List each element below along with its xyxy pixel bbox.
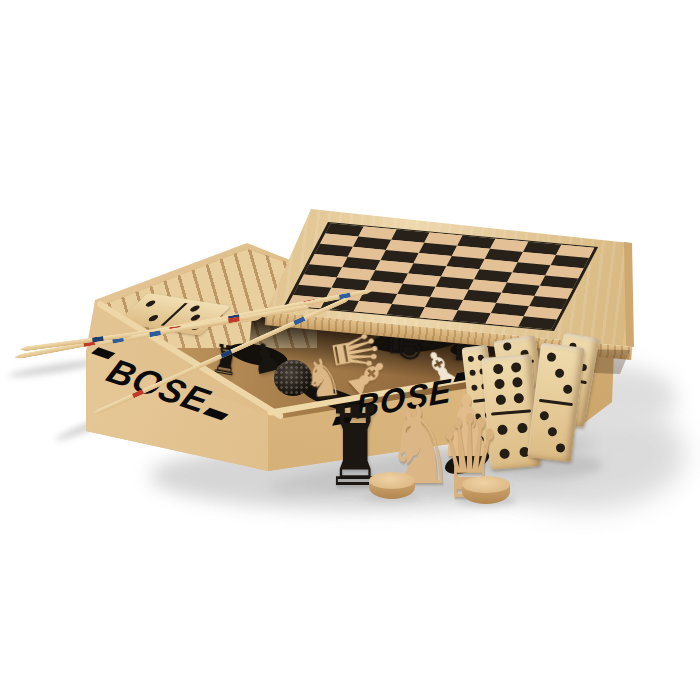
domino-pip	[562, 384, 572, 394]
black-checker-piece	[274, 360, 312, 396]
domino-pip	[517, 422, 528, 433]
logo-dash-icon	[203, 408, 229, 420]
domino-pip	[555, 442, 565, 452]
domino-pip	[494, 379, 505, 390]
domino-pip	[512, 377, 523, 388]
disc-top	[369, 472, 415, 489]
logo-dash-icon	[91, 347, 115, 359]
domino-pip	[540, 411, 550, 421]
domino-pip	[144, 300, 157, 307]
domino-pip	[511, 362, 522, 373]
domino-pip	[493, 364, 504, 375]
domino-pip	[147, 315, 160, 322]
domino-pip	[188, 314, 201, 321]
domino-pip	[188, 305, 201, 312]
domino-top-half	[534, 343, 584, 404]
product-photo-wooden-game-set: BOSE ♛♞♝♝♚♟♟♜ BOSE ♟♜♞♛	[0, 0, 700, 700]
domino-pip	[547, 427, 557, 437]
checker-disc-natural	[369, 472, 415, 499]
domino-pip	[547, 353, 557, 363]
domino-pip	[470, 370, 477, 377]
domino-pip	[502, 342, 511, 351]
checker-disc-natural	[462, 476, 510, 504]
domino-bottom-half	[527, 401, 577, 462]
domino-pip	[555, 368, 565, 378]
domino-pip	[468, 355, 475, 362]
board-cell	[518, 316, 556, 329]
domino-pip	[513, 392, 524, 403]
